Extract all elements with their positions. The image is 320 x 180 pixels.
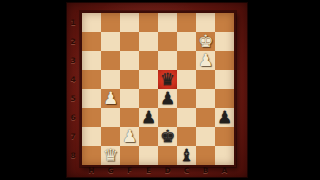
square-g7	[101, 127, 120, 146]
square-a4	[215, 70, 234, 89]
square-e3	[139, 51, 158, 70]
square-d3	[158, 51, 177, 70]
square-a6: ♟	[215, 108, 234, 127]
square-g4	[101, 70, 120, 89]
square-g5: ♟	[101, 89, 120, 108]
video-frame: 12345678 HGFEDCBA ♚♟♛♟♟♟♟♟♚♛♝	[0, 0, 320, 180]
square-b5	[196, 89, 215, 108]
square-b7	[196, 127, 215, 146]
piece-white-pawn: ♟	[101, 89, 120, 108]
square-f4	[120, 70, 139, 89]
square-c8: ♝	[177, 146, 196, 165]
square-c2	[177, 32, 196, 51]
square-d2	[158, 32, 177, 51]
square-e7	[139, 127, 158, 146]
square-b4	[196, 70, 215, 89]
square-h1	[82, 13, 101, 32]
piece-white-pawn: ♟	[120, 127, 139, 146]
rank-label-6: 6	[66, 108, 80, 127]
square-f6	[120, 108, 139, 127]
square-b6	[196, 108, 215, 127]
square-d8	[158, 146, 177, 165]
rank-label-5: 5	[66, 89, 80, 108]
square-h4	[82, 70, 101, 89]
piece-black-queen: ♛	[158, 70, 177, 89]
square-b2: ♚	[196, 32, 215, 51]
square-h8	[82, 146, 101, 165]
square-e8	[139, 146, 158, 165]
piece-black-king: ♚	[158, 127, 177, 146]
square-a2	[215, 32, 234, 51]
piece-black-pawn: ♟	[158, 89, 177, 108]
chess-board-frame: 12345678 HGFEDCBA ♚♟♛♟♟♟♟♟♚♛♝	[66, 2, 248, 178]
square-g3	[101, 51, 120, 70]
square-e2	[139, 32, 158, 51]
square-b8	[196, 146, 215, 165]
square-b3: ♟	[196, 51, 215, 70]
square-h5	[82, 89, 101, 108]
square-f2	[120, 32, 139, 51]
square-f1	[120, 13, 139, 32]
square-e1	[139, 13, 158, 32]
square-d4: ♛	[158, 70, 177, 89]
square-d6	[158, 108, 177, 127]
square-g8: ♛	[101, 146, 120, 165]
square-a8	[215, 146, 234, 165]
rank-labels: 12345678	[66, 13, 80, 165]
square-g2	[101, 32, 120, 51]
square-f3	[120, 51, 139, 70]
square-f7: ♟	[120, 127, 139, 146]
square-f5	[120, 89, 139, 108]
piece-white-queen: ♛	[101, 146, 120, 165]
rank-label-3: 3	[66, 51, 80, 70]
square-e5	[139, 89, 158, 108]
square-d7: ♚	[158, 127, 177, 146]
square-g6	[101, 108, 120, 127]
square-c6	[177, 108, 196, 127]
square-c1	[177, 13, 196, 32]
rank-label-2: 2	[66, 32, 80, 51]
square-a1	[215, 13, 234, 32]
piece-white-king: ♚	[196, 32, 215, 51]
piece-black-pawn: ♟	[215, 108, 234, 127]
board: ♚♟♛♟♟♟♟♟♚♛♝	[80, 11, 236, 167]
square-h2	[82, 32, 101, 51]
rank-label-8: 8	[66, 146, 80, 165]
square-a3	[215, 51, 234, 70]
square-a7	[215, 127, 234, 146]
rank-label-1: 1	[66, 13, 80, 32]
square-f8	[120, 146, 139, 165]
square-c4	[177, 70, 196, 89]
square-b1	[196, 13, 215, 32]
square-h6	[82, 108, 101, 127]
square-c3	[177, 51, 196, 70]
piece-black-pawn: ♟	[139, 108, 158, 127]
square-c5	[177, 89, 196, 108]
piece-white-pawn: ♟	[196, 51, 215, 70]
square-h7	[82, 127, 101, 146]
square-h3	[82, 51, 101, 70]
square-d5: ♟	[158, 89, 177, 108]
square-c7	[177, 127, 196, 146]
rank-label-7: 7	[66, 127, 80, 146]
square-d1	[158, 13, 177, 32]
piece-black-bishop: ♝	[177, 146, 196, 165]
square-e6: ♟	[139, 108, 158, 127]
square-a5	[215, 89, 234, 108]
square-e4	[139, 70, 158, 89]
rank-label-4: 4	[66, 70, 80, 89]
square-g1	[101, 13, 120, 32]
